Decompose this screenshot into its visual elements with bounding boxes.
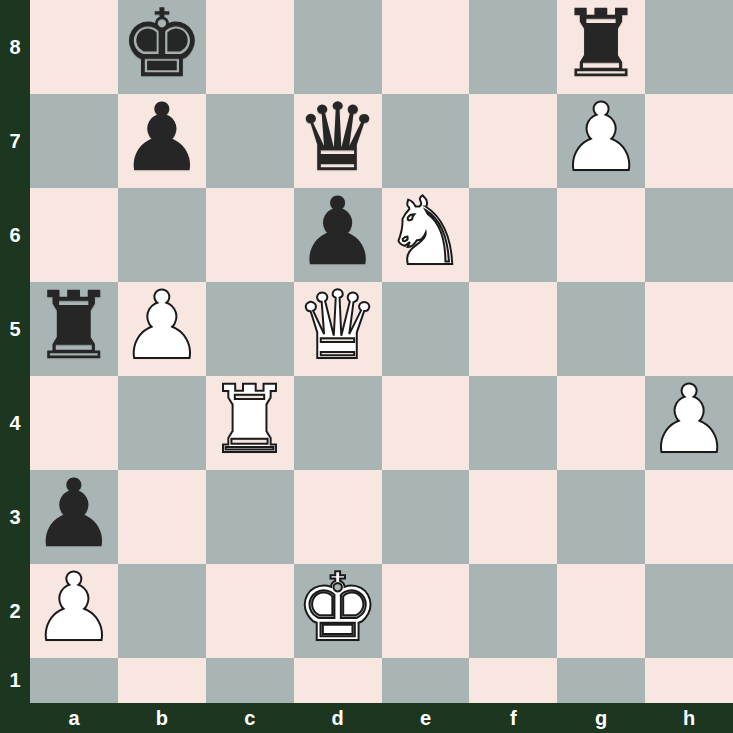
rank-label-6: 6 xyxy=(0,188,30,282)
square-c2[interactable] xyxy=(206,564,294,658)
square-h6[interactable] xyxy=(645,188,733,282)
square-f2[interactable] xyxy=(469,564,557,658)
square-c7[interactable] xyxy=(206,94,294,188)
square-a7[interactable] xyxy=(30,94,118,188)
square-d4[interactable] xyxy=(294,376,382,470)
square-b2[interactable] xyxy=(118,564,206,658)
square-f5[interactable] xyxy=(469,282,557,376)
file-label-e: e xyxy=(382,703,470,733)
square-b4[interactable] xyxy=(118,376,206,470)
square-d8[interactable] xyxy=(294,0,382,94)
square-e2[interactable] xyxy=(382,564,470,658)
white-knight-piece[interactable]: ♞ xyxy=(383,185,467,279)
square-b5[interactable]: ♟ xyxy=(118,282,206,376)
square-f8[interactable] xyxy=(469,0,557,94)
square-e1[interactable] xyxy=(382,658,470,703)
file-label-f: f xyxy=(469,703,557,733)
square-f3[interactable] xyxy=(469,470,557,564)
rank-label-8: 8 xyxy=(0,0,30,94)
white-king-piece[interactable]: ♚ xyxy=(295,561,379,655)
square-a2[interactable]: ♟ xyxy=(30,564,118,658)
square-g2[interactable] xyxy=(557,564,645,658)
square-c6[interactable] xyxy=(206,188,294,282)
square-c8[interactable] xyxy=(206,0,294,94)
square-e3[interactable] xyxy=(382,470,470,564)
square-d3[interactable] xyxy=(294,470,382,564)
black-pawn-piece[interactable]: ♟ xyxy=(295,185,379,279)
square-h3[interactable] xyxy=(645,470,733,564)
square-h4[interactable]: ♟ xyxy=(645,376,733,470)
square-f7[interactable] xyxy=(469,94,557,188)
black-queen-piece[interactable]: ♛ xyxy=(295,91,379,185)
square-d2[interactable]: ♚ xyxy=(294,564,382,658)
square-e6[interactable]: ♞ xyxy=(382,188,470,282)
square-g6[interactable] xyxy=(557,188,645,282)
square-g3[interactable] xyxy=(557,470,645,564)
square-a6[interactable] xyxy=(30,188,118,282)
chess-board: 8♚♜7♟♛♟6♟♞5♜♟♛4♜♟3♟2♟♚1abcdefgh xyxy=(0,0,733,733)
square-e8[interactable] xyxy=(382,0,470,94)
square-e4[interactable] xyxy=(382,376,470,470)
square-e5[interactable] xyxy=(382,282,470,376)
file-label-d: d xyxy=(294,703,382,733)
rank-label-3: 3 xyxy=(0,470,30,564)
square-g4[interactable] xyxy=(557,376,645,470)
white-pawn-piece[interactable]: ♟ xyxy=(647,373,731,467)
square-d7[interactable]: ♛ xyxy=(294,94,382,188)
file-label-b: b xyxy=(118,703,206,733)
rank-label-1: 1 xyxy=(0,658,30,703)
square-e7[interactable] xyxy=(382,94,470,188)
rank-label-7: 7 xyxy=(0,94,30,188)
black-pawn-piece[interactable]: ♟ xyxy=(120,91,204,185)
square-g7[interactable]: ♟ xyxy=(557,94,645,188)
black-king-piece[interactable]: ♚ xyxy=(120,0,204,91)
black-rook-piece[interactable]: ♜ xyxy=(32,279,116,373)
square-b7[interactable]: ♟ xyxy=(118,94,206,188)
white-queen-piece[interactable]: ♛ xyxy=(295,279,379,373)
board-corner xyxy=(0,703,30,733)
file-label-h: h xyxy=(645,703,733,733)
white-pawn-piece[interactable]: ♟ xyxy=(559,91,643,185)
square-h8[interactable] xyxy=(645,0,733,94)
square-f6[interactable] xyxy=(469,188,557,282)
file-label-g: g xyxy=(557,703,645,733)
square-g8[interactable]: ♜ xyxy=(557,0,645,94)
square-c3[interactable] xyxy=(206,470,294,564)
square-h1[interactable] xyxy=(645,658,733,703)
square-f1[interactable] xyxy=(469,658,557,703)
square-g5[interactable] xyxy=(557,282,645,376)
square-c1[interactable] xyxy=(206,658,294,703)
square-h7[interactable] xyxy=(645,94,733,188)
square-b1[interactable] xyxy=(118,658,206,703)
white-pawn-piece[interactable]: ♟ xyxy=(120,279,204,373)
square-d5[interactable]: ♛ xyxy=(294,282,382,376)
rank-label-2: 2 xyxy=(0,564,30,658)
file-label-a: a xyxy=(30,703,118,733)
square-d1[interactable] xyxy=(294,658,382,703)
rank-label-4: 4 xyxy=(0,376,30,470)
black-pawn-piece[interactable]: ♟ xyxy=(32,467,116,561)
square-d6[interactable]: ♟ xyxy=(294,188,382,282)
black-rook-piece[interactable]: ♜ xyxy=(559,0,643,91)
square-f4[interactable] xyxy=(469,376,557,470)
square-b8[interactable]: ♚ xyxy=(118,0,206,94)
square-a3[interactable]: ♟ xyxy=(30,470,118,564)
white-pawn-piece[interactable]: ♟ xyxy=(32,561,116,655)
square-b6[interactable] xyxy=(118,188,206,282)
white-rook-piece[interactable]: ♜ xyxy=(208,373,292,467)
square-a8[interactable] xyxy=(30,0,118,94)
square-c4[interactable]: ♜ xyxy=(206,376,294,470)
file-label-c: c xyxy=(206,703,294,733)
square-g1[interactable] xyxy=(557,658,645,703)
square-h2[interactable] xyxy=(645,564,733,658)
square-a4[interactable] xyxy=(30,376,118,470)
square-b3[interactable] xyxy=(118,470,206,564)
square-c5[interactable] xyxy=(206,282,294,376)
square-a1[interactable] xyxy=(30,658,118,703)
rank-label-5: 5 xyxy=(0,282,30,376)
square-h5[interactable] xyxy=(645,282,733,376)
square-a5[interactable]: ♜ xyxy=(30,282,118,376)
